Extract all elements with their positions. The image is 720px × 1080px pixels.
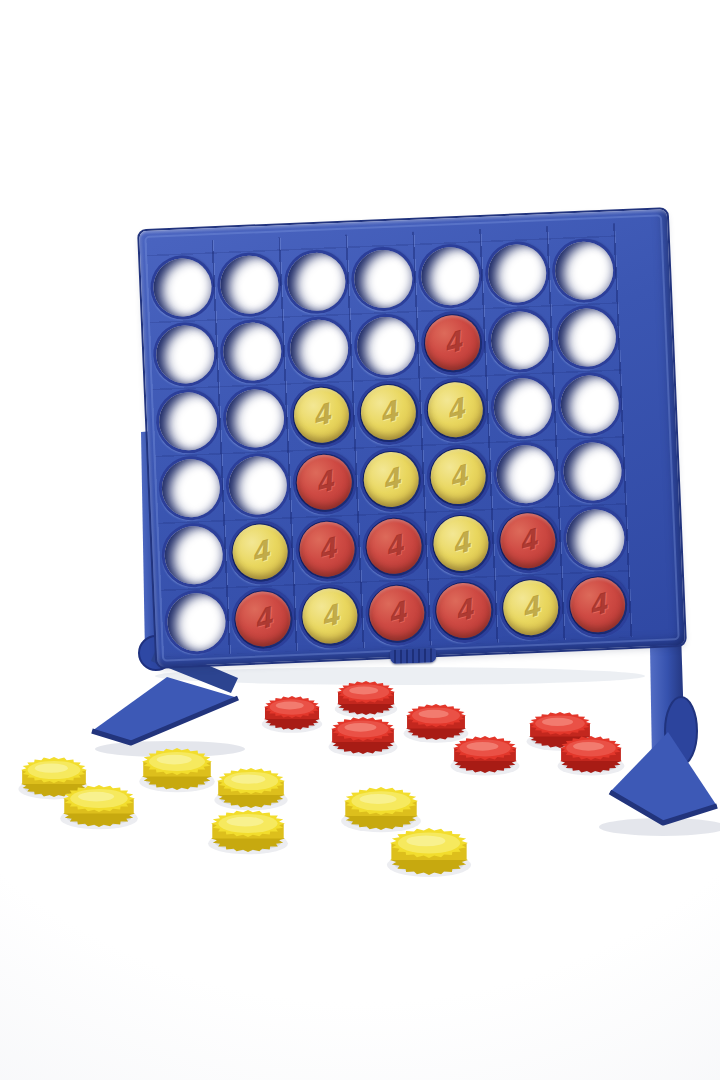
bottom-release-latch[interactable] — [390, 648, 437, 664]
yellow-disc: 4 — [232, 523, 289, 580]
board-hole — [355, 315, 415, 375]
board-hole: 4 — [434, 580, 494, 640]
board-cell[interactable]: 4 — [423, 442, 493, 512]
board-hole: 4 — [361, 449, 421, 509]
yellow-disc: 4 — [430, 448, 487, 505]
disc-number-emboss: 4 — [449, 528, 472, 560]
board-hole — [492, 377, 552, 437]
yellow-disc: 4 — [293, 387, 350, 444]
board-cell[interactable]: 4 — [493, 506, 563, 576]
board-cell[interactable]: 4 — [287, 380, 357, 450]
board-hole — [160, 458, 220, 518]
board-hole — [166, 592, 226, 652]
board-hole — [559, 374, 619, 434]
board-cell[interactable]: 4 — [426, 509, 496, 579]
disc-number-emboss: 4 — [586, 589, 609, 621]
board-hole — [489, 310, 549, 370]
board-hole — [495, 444, 555, 504]
board-hole — [562, 441, 622, 501]
board-cell[interactable]: 4 — [362, 578, 432, 648]
board-hole — [553, 240, 613, 300]
board-cell[interactable] — [552, 302, 622, 372]
board-hole — [163, 525, 223, 585]
disc-number-emboss: 4 — [380, 463, 403, 495]
board-cell[interactable] — [554, 369, 624, 439]
board-cell[interactable] — [150, 319, 220, 389]
board-hole: 4 — [428, 446, 488, 506]
board-cell[interactable]: 4 — [354, 378, 424, 448]
disc-number-emboss: 4 — [444, 394, 467, 426]
board-hole — [219, 254, 279, 314]
board-cell[interactable] — [490, 439, 560, 509]
board-hole — [224, 388, 284, 448]
board-cell[interactable]: 4 — [292, 514, 362, 584]
board-hole: 4 — [425, 379, 485, 439]
board-grid: 444444444444444444 — [147, 235, 632, 656]
board-cell[interactable]: 4 — [429, 576, 499, 646]
board-cell[interactable]: 4 — [295, 581, 365, 651]
board-cell[interactable] — [161, 587, 231, 657]
board-hole: 4 — [567, 575, 627, 635]
board-hole — [486, 243, 546, 303]
board-cell[interactable]: 4 — [356, 445, 426, 515]
disc-number-emboss: 4 — [313, 466, 336, 498]
board-cell[interactable]: 4 — [420, 375, 490, 445]
yellow-disc: 4 — [360, 384, 417, 441]
board-hole — [227, 455, 287, 515]
red-disc: 4 — [569, 576, 626, 633]
board-cell[interactable]: 4 — [225, 517, 295, 587]
board-cell[interactable] — [147, 252, 217, 322]
red-disc: 4 — [435, 582, 492, 639]
board-hole — [157, 391, 217, 451]
disc-number-emboss: 4 — [249, 536, 272, 568]
red-disc: 4 — [424, 314, 481, 371]
board-cell[interactable] — [156, 453, 226, 523]
disc-number-emboss: 4 — [316, 533, 339, 565]
disc-number-emboss: 4 — [383, 530, 406, 562]
board-cell[interactable] — [485, 305, 555, 375]
board-hole — [288, 318, 348, 378]
board-cell[interactable] — [217, 316, 287, 386]
yellow-disc: 4 — [301, 587, 358, 644]
board-cell[interactable]: 4 — [418, 308, 488, 378]
red-disc: 4 — [296, 454, 353, 511]
disc-number-emboss: 4 — [377, 396, 400, 428]
board-hole: 4 — [422, 313, 482, 373]
red-disc: 4 — [365, 518, 422, 575]
board-hole — [556, 307, 616, 367]
board-cell[interactable] — [158, 520, 228, 590]
red-disc: 4 — [234, 590, 291, 647]
board-cell[interactable] — [284, 313, 354, 383]
left-foot-shadow — [95, 741, 245, 757]
board-cell[interactable] — [220, 383, 290, 453]
board-cell[interactable] — [415, 241, 485, 311]
board-hole: 4 — [367, 583, 427, 643]
board-hole: 4 — [364, 516, 424, 576]
yellow-disc: 4 — [427, 381, 484, 438]
yellow-disc: 4 — [432, 515, 489, 572]
board-cell[interactable]: 4 — [289, 447, 359, 517]
board-hole — [353, 248, 413, 308]
disc-number-emboss: 4 — [251, 603, 274, 635]
board-hole — [286, 251, 346, 311]
disc-number-emboss: 4 — [447, 461, 470, 493]
red-disc: 4 — [499, 512, 556, 569]
board-hole: 4 — [498, 511, 558, 571]
board-hole — [565, 508, 625, 568]
disc-number-emboss: 4 — [385, 597, 408, 629]
board-hole: 4 — [297, 519, 357, 579]
board-hole — [420, 246, 480, 306]
board-hole: 4 — [291, 385, 351, 445]
board-cell[interactable] — [487, 372, 557, 442]
board-cell[interactable]: 4 — [563, 570, 633, 640]
board-cell[interactable] — [560, 503, 630, 573]
board-cell[interactable] — [549, 235, 619, 305]
connect-four-board: 444444444444444444 — [139, 209, 685, 667]
board-hole: 4 — [230, 522, 290, 582]
board-cell[interactable] — [482, 238, 552, 308]
board-cell[interactable]: 4 — [228, 584, 298, 654]
board-cell[interactable]: 4 — [359, 511, 429, 581]
disc-number-emboss: 4 — [318, 600, 341, 632]
board-cell[interactable] — [557, 436, 627, 506]
board-hole: 4 — [501, 577, 561, 637]
red-disc: 4 — [368, 585, 425, 642]
disc-number-emboss: 4 — [516, 525, 539, 557]
board-cell[interactable] — [348, 244, 418, 314]
board-cell[interactable] — [351, 311, 421, 381]
board-hole — [152, 257, 212, 317]
yellow-disc: 4 — [363, 451, 420, 508]
board-hole — [222, 321, 282, 381]
board-hole: 4 — [300, 586, 360, 646]
connect-four-product-photo: 444444444444444444 — [0, 0, 720, 1080]
board-hole: 4 — [358, 382, 418, 442]
board-hole — [155, 324, 215, 384]
disc-number-emboss: 4 — [310, 399, 333, 431]
board-hole: 4 — [233, 589, 293, 649]
yellow-disc: 4 — [502, 579, 559, 636]
disc-number-emboss: 4 — [452, 594, 475, 626]
red-disc: 4 — [298, 521, 355, 578]
disc-number-emboss: 4 — [441, 327, 464, 359]
disc-number-emboss: 4 — [519, 592, 542, 624]
board-cell[interactable] — [222, 450, 292, 520]
board-cell[interactable] — [153, 386, 223, 456]
board-cell[interactable] — [214, 249, 284, 319]
board-cell[interactable]: 4 — [496, 573, 566, 643]
board-hole: 4 — [294, 452, 354, 512]
board-cell[interactable] — [281, 247, 351, 317]
board-hole: 4 — [431, 513, 491, 573]
